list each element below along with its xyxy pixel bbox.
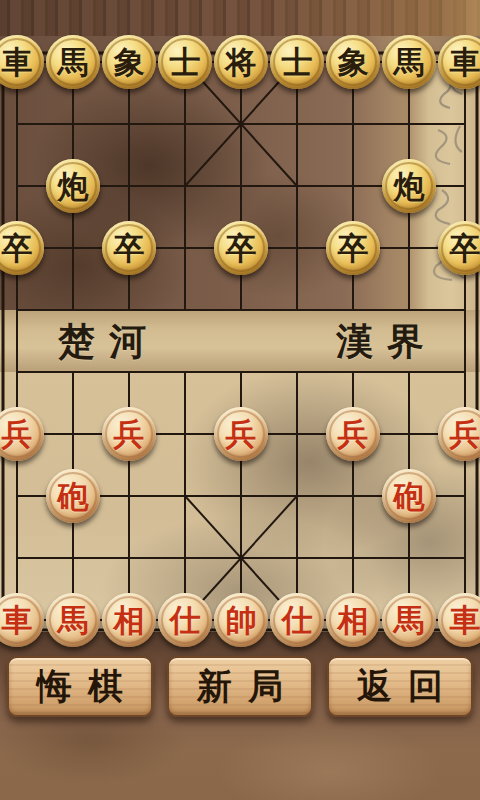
new-game-button[interactable]: 新局 bbox=[167, 656, 313, 717]
piece-black-horse[interactable]: 馬 bbox=[382, 35, 436, 89]
piece-black-advisor[interactable]: 士 bbox=[270, 35, 324, 89]
piece-black-soldier[interactable]: 卒 bbox=[214, 221, 268, 275]
piece-black-general[interactable]: 将 bbox=[214, 35, 268, 89]
piece-red-horse[interactable]: 馬 bbox=[46, 593, 100, 647]
piece-red-elephant[interactable]: 相 bbox=[102, 593, 156, 647]
piece-red-general[interactable]: 帥 bbox=[214, 593, 268, 647]
piece-black-advisor[interactable]: 士 bbox=[158, 35, 212, 89]
piece-black-cannon[interactable]: 炮 bbox=[46, 159, 100, 213]
back-button[interactable]: 返回 bbox=[327, 656, 473, 717]
river-label-left: 楚河 bbox=[58, 318, 160, 364]
undo-button[interactable]: 悔棋 bbox=[7, 656, 153, 717]
piece-red-cannon[interactable]: 砲 bbox=[382, 469, 436, 523]
piece-red-soldier[interactable]: 兵 bbox=[326, 407, 380, 461]
piece-black-cannon[interactable]: 炮 bbox=[382, 159, 436, 213]
piece-black-soldier[interactable]: 卒 bbox=[326, 221, 380, 275]
river-label-right: 漢界 bbox=[336, 318, 438, 364]
piece-red-advisor[interactable]: 仕 bbox=[270, 593, 324, 647]
button-bar: 悔棋 新局 返回 bbox=[0, 656, 480, 722]
piece-red-elephant[interactable]: 相 bbox=[326, 593, 380, 647]
piece-black-soldier[interactable]: 卒 bbox=[102, 221, 156, 275]
piece-red-cannon[interactable]: 砲 bbox=[46, 469, 100, 523]
piece-red-advisor[interactable]: 仕 bbox=[158, 593, 212, 647]
piece-black-elephant[interactable]: 象 bbox=[102, 35, 156, 89]
piece-red-horse[interactable]: 馬 bbox=[382, 593, 436, 647]
xiangqi-app-screen: 楚河 漢界 車馬象士将士象馬車炮炮卒卒卒卒卒兵兵兵兵兵砲砲車馬相仕帥仕相馬車 悔… bbox=[0, 0, 480, 800]
piece-black-elephant[interactable]: 象 bbox=[326, 35, 380, 89]
piece-red-soldier[interactable]: 兵 bbox=[214, 407, 268, 461]
piece-black-horse[interactable]: 馬 bbox=[46, 35, 100, 89]
piece-red-soldier[interactable]: 兵 bbox=[102, 407, 156, 461]
